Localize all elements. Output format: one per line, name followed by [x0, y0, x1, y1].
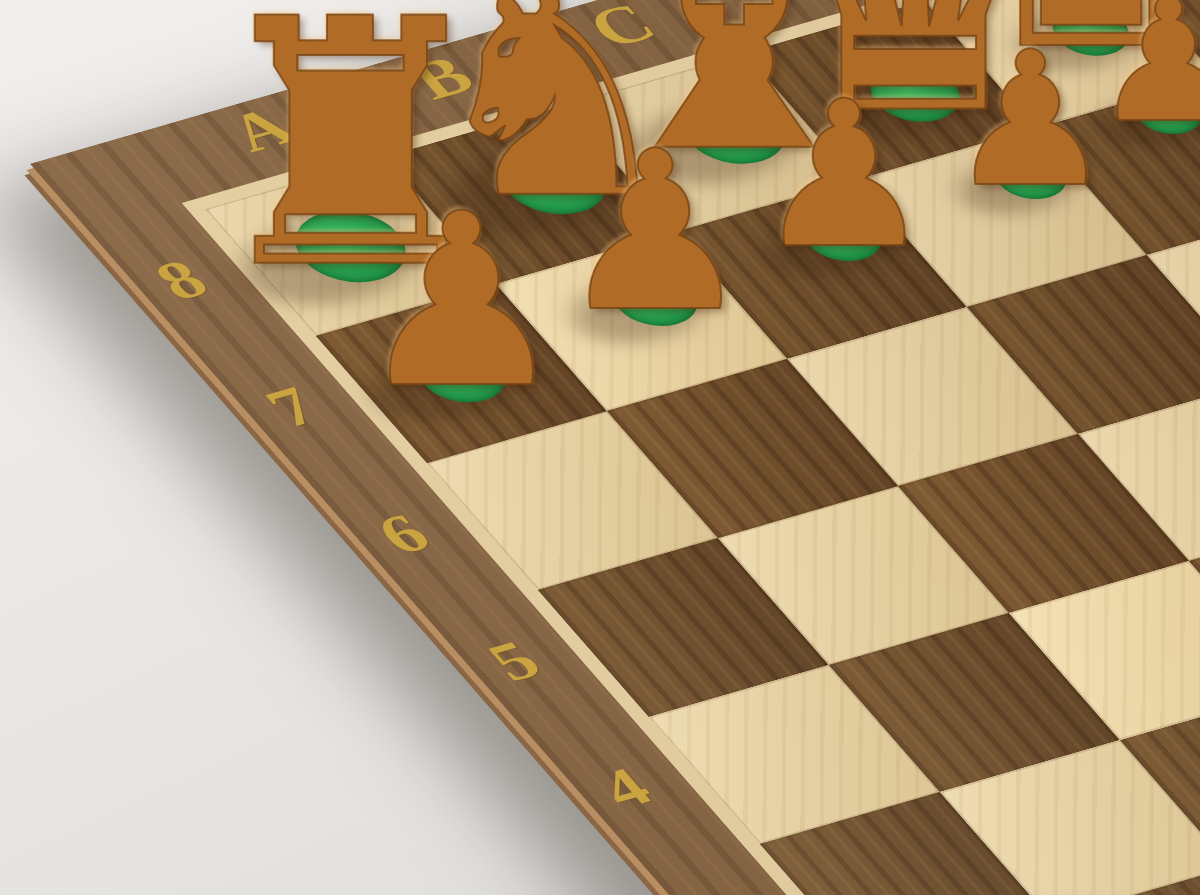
studio-background: ABC87654 ♜♞♝♛♚♟♟♟♟♟ [0, 0, 1200, 895]
chess-piece-glyph-pawn: ♟ [556, 122, 753, 342]
chess-piece-glyph-pawn: ♟ [354, 182, 568, 421]
chess-board: ABC87654 ♜♞♝♛♚♟♟♟♟♟ [205, 0, 1200, 895]
chess-piece-glyph-pawn: ♟ [753, 74, 934, 276]
chess-piece-glyph-pawn: ♟ [947, 26, 1114, 212]
